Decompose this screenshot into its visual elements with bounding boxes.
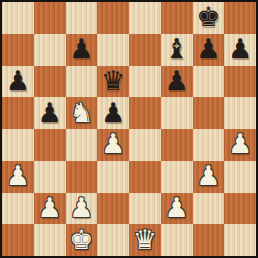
piece-black-bishop[interactable]: ♝ bbox=[165, 35, 189, 62]
square-a1[interactable] bbox=[2, 224, 34, 256]
square-f6[interactable]: ♟ bbox=[161, 66, 193, 98]
piece-black-pawn[interactable]: ♟ bbox=[101, 99, 125, 126]
square-d3[interactable] bbox=[97, 161, 129, 193]
chess-board: ♚♟♝♟♟♟♛♟♟♞♟♟♟♟♟♟♟♟♚♛ bbox=[2, 2, 256, 256]
square-a2[interactable] bbox=[2, 193, 34, 225]
piece-white-king[interactable]: ♚ bbox=[69, 226, 93, 253]
square-f7[interactable]: ♝ bbox=[161, 34, 193, 66]
square-b3[interactable] bbox=[34, 161, 66, 193]
square-f1[interactable] bbox=[161, 224, 193, 256]
square-b7[interactable] bbox=[34, 34, 66, 66]
piece-white-pawn[interactable]: ♟ bbox=[101, 130, 125, 157]
piece-white-knight[interactable]: ♞ bbox=[69, 99, 93, 126]
square-a6[interactable]: ♟ bbox=[2, 66, 34, 98]
square-h4[interactable]: ♟ bbox=[224, 129, 256, 161]
square-e1[interactable]: ♛ bbox=[129, 224, 161, 256]
piece-black-pawn[interactable]: ♟ bbox=[196, 35, 220, 62]
piece-black-queen[interactable]: ♛ bbox=[101, 67, 125, 94]
square-e3[interactable] bbox=[129, 161, 161, 193]
square-d6[interactable]: ♛ bbox=[97, 66, 129, 98]
square-h7[interactable]: ♟ bbox=[224, 34, 256, 66]
square-f3[interactable] bbox=[161, 161, 193, 193]
square-a7[interactable] bbox=[2, 34, 34, 66]
square-a5[interactable] bbox=[2, 97, 34, 129]
square-d7[interactable] bbox=[97, 34, 129, 66]
piece-black-pawn[interactable]: ♟ bbox=[6, 67, 30, 94]
square-a4[interactable] bbox=[2, 129, 34, 161]
square-f2[interactable]: ♟ bbox=[161, 193, 193, 225]
square-c7[interactable]: ♟ bbox=[66, 34, 98, 66]
square-e7[interactable] bbox=[129, 34, 161, 66]
square-g1[interactable] bbox=[193, 224, 225, 256]
piece-black-king[interactable]: ♚ bbox=[196, 3, 220, 30]
square-d1[interactable] bbox=[97, 224, 129, 256]
square-b1[interactable] bbox=[34, 224, 66, 256]
piece-white-queen[interactable]: ♛ bbox=[133, 226, 157, 253]
piece-black-pawn[interactable]: ♟ bbox=[69, 35, 93, 62]
piece-white-pawn[interactable]: ♟ bbox=[38, 194, 62, 221]
square-g2[interactable] bbox=[193, 193, 225, 225]
square-c2[interactable]: ♟ bbox=[66, 193, 98, 225]
square-c3[interactable] bbox=[66, 161, 98, 193]
piece-black-pawn[interactable]: ♟ bbox=[38, 99, 62, 126]
piece-black-pawn[interactable]: ♟ bbox=[228, 35, 252, 62]
square-a3[interactable]: ♟ bbox=[2, 161, 34, 193]
square-h6[interactable] bbox=[224, 66, 256, 98]
square-h2[interactable] bbox=[224, 193, 256, 225]
chess-board-frame: ♚♟♝♟♟♟♛♟♟♞♟♟♟♟♟♟♟♟♚♛ bbox=[0, 0, 258, 258]
piece-white-pawn[interactable]: ♟ bbox=[69, 194, 93, 221]
square-c5[interactable]: ♞ bbox=[66, 97, 98, 129]
square-c1[interactable]: ♚ bbox=[66, 224, 98, 256]
square-h5[interactable] bbox=[224, 97, 256, 129]
square-e2[interactable] bbox=[129, 193, 161, 225]
square-c6[interactable] bbox=[66, 66, 98, 98]
piece-white-pawn[interactable]: ♟ bbox=[6, 162, 30, 189]
square-g7[interactable]: ♟ bbox=[193, 34, 225, 66]
square-b8[interactable] bbox=[34, 2, 66, 34]
square-a8[interactable] bbox=[2, 2, 34, 34]
square-e4[interactable] bbox=[129, 129, 161, 161]
square-g3[interactable]: ♟ bbox=[193, 161, 225, 193]
square-g4[interactable] bbox=[193, 129, 225, 161]
square-c8[interactable] bbox=[66, 2, 98, 34]
square-f4[interactable] bbox=[161, 129, 193, 161]
square-d4[interactable]: ♟ bbox=[97, 129, 129, 161]
square-h3[interactable] bbox=[224, 161, 256, 193]
square-d8[interactable] bbox=[97, 2, 129, 34]
square-g6[interactable] bbox=[193, 66, 225, 98]
square-b6[interactable] bbox=[34, 66, 66, 98]
square-e8[interactable] bbox=[129, 2, 161, 34]
square-b2[interactable]: ♟ bbox=[34, 193, 66, 225]
square-b5[interactable]: ♟ bbox=[34, 97, 66, 129]
square-f8[interactable] bbox=[161, 2, 193, 34]
square-g8[interactable]: ♚ bbox=[193, 2, 225, 34]
square-e5[interactable] bbox=[129, 97, 161, 129]
square-e6[interactable] bbox=[129, 66, 161, 98]
square-d2[interactable] bbox=[97, 193, 129, 225]
square-h8[interactable] bbox=[224, 2, 256, 34]
piece-white-pawn[interactable]: ♟ bbox=[165, 194, 189, 221]
piece-white-pawn[interactable]: ♟ bbox=[228, 130, 252, 157]
piece-white-pawn[interactable]: ♟ bbox=[196, 162, 220, 189]
square-c4[interactable] bbox=[66, 129, 98, 161]
square-h1[interactable] bbox=[224, 224, 256, 256]
square-b4[interactable] bbox=[34, 129, 66, 161]
square-f5[interactable] bbox=[161, 97, 193, 129]
square-d5[interactable]: ♟ bbox=[97, 97, 129, 129]
piece-black-pawn[interactable]: ♟ bbox=[165, 67, 189, 94]
square-g5[interactable] bbox=[193, 97, 225, 129]
